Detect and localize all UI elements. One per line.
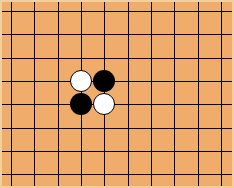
go-board[interactable]: ○●●○ (0, 0, 234, 188)
grid-line-horizontal (2, 128, 232, 129)
white-stone[interactable]: ○ (93, 93, 115, 115)
grid-line-vertical (58, 2, 59, 186)
grid-line-horizontal (2, 151, 232, 152)
grid-line-vertical (128, 2, 129, 186)
black-stone[interactable]: ● (93, 70, 115, 92)
black-stone[interactable]: ● (70, 93, 92, 115)
grid-line-vertical (34, 2, 35, 186)
stone-glyph: ○ (74, 70, 88, 92)
grid-line-vertical (151, 2, 152, 186)
stone-glyph: ● (74, 93, 88, 115)
stone-glyph: ○ (97, 93, 111, 115)
grid-line-horizontal (2, 58, 232, 59)
grid-line-horizontal (2, 104, 232, 105)
grid-line-vertical (174, 2, 175, 186)
grid-line-horizontal (2, 34, 232, 35)
grid-line-vertical (221, 2, 222, 186)
grid-line-vertical (11, 2, 12, 186)
grid-line-vertical (198, 2, 199, 186)
stone-glyph: ● (97, 70, 111, 92)
grid-line-horizontal (2, 174, 232, 175)
grid-line-horizontal (2, 11, 232, 12)
grid-line-horizontal (2, 81, 232, 82)
white-stone[interactable]: ○ (70, 70, 92, 92)
